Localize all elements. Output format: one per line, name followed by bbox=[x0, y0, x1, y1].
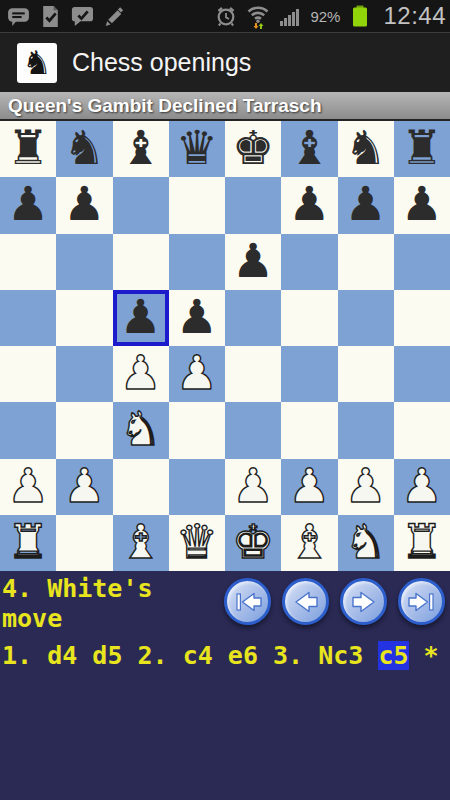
white-king: ♚ bbox=[232, 518, 274, 568]
white-knight: ♞ bbox=[120, 405, 162, 455]
black-knight: ♞ bbox=[63, 124, 105, 174]
skip-to-start-icon bbox=[230, 584, 266, 620]
white-pawn: ♟ bbox=[63, 462, 105, 512]
square-c2[interactable] bbox=[113, 459, 169, 515]
status-bar-left-icons bbox=[6, 4, 127, 29]
arrow-right-icon bbox=[346, 584, 382, 620]
square-d6[interactable] bbox=[169, 234, 225, 290]
square-g6[interactable] bbox=[338, 234, 394, 290]
move-token[interactable]: c4 bbox=[183, 641, 213, 670]
skip-to-end-icon bbox=[404, 584, 440, 620]
black-rook: ♜ bbox=[401, 124, 443, 174]
black-pawn: ♟ bbox=[401, 180, 443, 230]
square-g2[interactable]: ♟ bbox=[338, 459, 394, 515]
white-rook: ♜ bbox=[7, 518, 49, 568]
square-d8[interactable]: ♛ bbox=[169, 121, 225, 177]
square-f6[interactable] bbox=[281, 234, 337, 290]
square-e5[interactable] bbox=[225, 290, 281, 346]
black-pawn: ♟ bbox=[7, 180, 49, 230]
chess-board[interactable]: ♜♞♝♛♚♝♞♜♟♟♟♟♟♟♟♟♟♟♞♟♟♟♟♟♟♜♝♛♚♝♞♜ bbox=[0, 121, 450, 571]
phone-screen: 92% 12:44 ♞ Chess openings Queen's Gambi… bbox=[0, 0, 450, 800]
move-token[interactable]: * bbox=[424, 641, 439, 670]
square-a6[interactable] bbox=[0, 234, 56, 290]
app-title: Chess openings bbox=[72, 48, 251, 77]
square-b2[interactable]: ♟ bbox=[56, 459, 112, 515]
move-token[interactable]: d5 bbox=[92, 641, 122, 670]
square-e7[interactable] bbox=[225, 177, 281, 233]
square-b4[interactable] bbox=[56, 346, 112, 402]
opening-name-bar: Queen's Gambit Declined Tarrasch bbox=[0, 92, 450, 121]
battery-icon bbox=[349, 3, 371, 29]
square-c4[interactable]: ♟ bbox=[113, 346, 169, 402]
move-token[interactable]: 3. bbox=[273, 641, 303, 670]
square-b7[interactable]: ♟ bbox=[56, 177, 112, 233]
arrow-left-icon bbox=[288, 584, 324, 620]
square-c6[interactable] bbox=[113, 234, 169, 290]
black-rook: ♜ bbox=[7, 124, 49, 174]
square-e3[interactable] bbox=[225, 402, 281, 458]
alarm-icon bbox=[214, 4, 238, 28]
previous-move-button[interactable] bbox=[282, 578, 329, 625]
white-rook: ♜ bbox=[401, 518, 443, 568]
white-pawn: ♟ bbox=[288, 462, 330, 512]
bottom-panel: 4. White's move bbox=[0, 571, 450, 800]
square-f5[interactable] bbox=[281, 290, 337, 346]
black-bishop: ♝ bbox=[120, 124, 162, 174]
status-bar-right: 92% 12:44 bbox=[214, 2, 446, 30]
square-g4[interactable] bbox=[338, 346, 394, 402]
message-icon bbox=[6, 4, 31, 29]
note-check-icon bbox=[38, 4, 63, 29]
black-bishop: ♝ bbox=[288, 124, 330, 174]
first-move-button[interactable] bbox=[224, 578, 271, 625]
square-a3[interactable] bbox=[0, 402, 56, 458]
square-d7[interactable] bbox=[169, 177, 225, 233]
move-token[interactable]: d4 bbox=[47, 641, 77, 670]
panel-top-row: 4. White's move bbox=[0, 574, 450, 634]
white-pawn: ♟ bbox=[176, 349, 218, 399]
status-bar: 92% 12:44 bbox=[0, 0, 450, 33]
battery-percent: 92% bbox=[310, 8, 340, 25]
square-g1[interactable]: ♞ bbox=[338, 515, 394, 571]
white-bishop: ♝ bbox=[288, 518, 330, 568]
square-d1[interactable]: ♛ bbox=[169, 515, 225, 571]
square-d2[interactable] bbox=[169, 459, 225, 515]
square-e2[interactable]: ♟ bbox=[225, 459, 281, 515]
square-a1[interactable]: ♜ bbox=[0, 515, 56, 571]
square-g8[interactable]: ♞ bbox=[338, 121, 394, 177]
white-pawn: ♟ bbox=[401, 462, 443, 512]
square-f4[interactable] bbox=[281, 346, 337, 402]
square-h5[interactable] bbox=[394, 290, 450, 346]
status-bar-clock: 12:44 bbox=[383, 2, 446, 30]
app-knight-icon: ♞ bbox=[17, 43, 57, 83]
square-h3[interactable] bbox=[394, 402, 450, 458]
square-h4[interactable] bbox=[394, 346, 450, 402]
square-c5[interactable]: ♟ bbox=[113, 290, 169, 346]
square-b6[interactable] bbox=[56, 234, 112, 290]
square-g5[interactable] bbox=[338, 290, 394, 346]
square-a7[interactable]: ♟ bbox=[0, 177, 56, 233]
square-d3[interactable] bbox=[169, 402, 225, 458]
square-c1[interactable]: ♝ bbox=[113, 515, 169, 571]
black-pawn: ♟ bbox=[232, 237, 274, 287]
square-e8[interactable]: ♚ bbox=[225, 121, 281, 177]
white-queen: ♛ bbox=[176, 518, 218, 568]
square-b5[interactable] bbox=[56, 290, 112, 346]
black-queen: ♛ bbox=[176, 124, 218, 174]
move-token[interactable]: e6 bbox=[228, 641, 258, 670]
square-b8[interactable]: ♞ bbox=[56, 121, 112, 177]
move-token[interactable]: Nc3 bbox=[318, 641, 363, 670]
current-move[interactable]: c5 bbox=[378, 641, 408, 670]
white-pawn: ♟ bbox=[232, 462, 274, 512]
square-g7[interactable]: ♟ bbox=[338, 177, 394, 233]
square-b1[interactable] bbox=[56, 515, 112, 571]
square-f2[interactable]: ♟ bbox=[281, 459, 337, 515]
black-knight: ♞ bbox=[345, 124, 387, 174]
move-status-text: 4. White's move bbox=[0, 574, 207, 634]
square-e4[interactable] bbox=[225, 346, 281, 402]
square-a2[interactable]: ♟ bbox=[0, 459, 56, 515]
square-f3[interactable] bbox=[281, 402, 337, 458]
square-c7[interactable] bbox=[113, 177, 169, 233]
white-bishop: ♝ bbox=[120, 518, 162, 568]
black-pawn: ♟ bbox=[176, 293, 218, 343]
black-pawn: ♟ bbox=[345, 180, 387, 230]
square-h1[interactable]: ♜ bbox=[394, 515, 450, 571]
square-f7[interactable]: ♟ bbox=[281, 177, 337, 233]
square-h2[interactable]: ♟ bbox=[394, 459, 450, 515]
white-pawn: ♟ bbox=[120, 349, 162, 399]
black-king: ♚ bbox=[232, 124, 274, 174]
chat-check-icon bbox=[70, 4, 95, 29]
knight-glyph: ♞ bbox=[22, 46, 52, 79]
wifi-updown-icon bbox=[245, 3, 271, 29]
black-pawn: ♟ bbox=[120, 293, 162, 343]
square-e1[interactable]: ♚ bbox=[225, 515, 281, 571]
last-move-button[interactable] bbox=[398, 578, 445, 625]
white-pawn: ♟ bbox=[345, 462, 387, 512]
signal-bars-icon bbox=[278, 4, 302, 28]
square-a4[interactable] bbox=[0, 346, 56, 402]
black-pawn: ♟ bbox=[288, 180, 330, 230]
white-knight: ♞ bbox=[345, 518, 387, 568]
square-a5[interactable] bbox=[0, 290, 56, 346]
square-f1[interactable]: ♝ bbox=[281, 515, 337, 571]
square-e6[interactable]: ♟ bbox=[225, 234, 281, 290]
move-token[interactable]: 1. bbox=[2, 641, 32, 670]
square-f8[interactable]: ♝ bbox=[281, 121, 337, 177]
square-a8[interactable]: ♜ bbox=[0, 121, 56, 177]
square-h6[interactable] bbox=[394, 234, 450, 290]
square-c8[interactable]: ♝ bbox=[113, 121, 169, 177]
square-g3[interactable] bbox=[338, 402, 394, 458]
square-c3[interactable]: ♞ bbox=[113, 402, 169, 458]
pencil-icon bbox=[102, 4, 127, 29]
white-pawn: ♟ bbox=[7, 462, 49, 512]
app-header: ♞ Chess openings bbox=[0, 33, 450, 92]
black-pawn: ♟ bbox=[63, 180, 105, 230]
move-list: 1. d4 d5 2. c4 e6 3. Nc3 c5 * bbox=[0, 639, 450, 673]
square-b3[interactable] bbox=[56, 402, 112, 458]
square-d4[interactable]: ♟ bbox=[169, 346, 225, 402]
move-token[interactable]: 2. bbox=[138, 641, 168, 670]
square-d5[interactable]: ♟ bbox=[169, 290, 225, 346]
navigation-buttons bbox=[224, 578, 445, 625]
square-h7[interactable]: ♟ bbox=[394, 177, 450, 233]
square-h8[interactable]: ♜ bbox=[394, 121, 450, 177]
next-move-button[interactable] bbox=[340, 578, 387, 625]
